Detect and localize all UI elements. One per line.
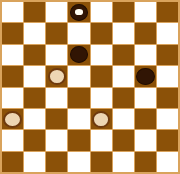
square-r5c1 <box>24 109 45 129</box>
square-r3c0[interactable] <box>2 66 23 86</box>
square-r2c3[interactable] <box>68 45 89 65</box>
square-r6c5[interactable] <box>113 130 134 150</box>
square-r1c3 <box>68 23 89 43</box>
square-r4c7[interactable] <box>157 88 178 108</box>
square-r1c4[interactable] <box>91 23 112 43</box>
square-r5c6[interactable] <box>135 109 156 129</box>
white-man-piece[interactable] <box>92 111 111 128</box>
square-r1c2[interactable] <box>46 23 67 43</box>
square-r2c6 <box>135 45 156 65</box>
square-r0c3[interactable] <box>68 2 89 22</box>
square-r7c6[interactable] <box>135 152 156 172</box>
square-r7c2[interactable] <box>46 152 67 172</box>
checkers-board-frame <box>0 0 180 174</box>
square-r2c4 <box>91 45 112 65</box>
square-r3c4[interactable] <box>91 66 112 86</box>
square-r7c7 <box>157 152 178 172</box>
square-r3c1 <box>24 66 45 86</box>
square-r3c6[interactable] <box>135 66 156 86</box>
square-r4c0 <box>2 88 23 108</box>
checkers-board <box>2 2 178 172</box>
square-r1c6[interactable] <box>135 23 156 43</box>
square-r4c4 <box>91 88 112 108</box>
square-r1c7 <box>157 23 178 43</box>
square-r5c5 <box>113 109 134 129</box>
square-r3c5 <box>113 66 134 86</box>
black-man-piece[interactable] <box>70 46 89 63</box>
square-r2c0 <box>2 45 23 65</box>
square-r4c2 <box>46 88 67 108</box>
square-r7c0[interactable] <box>2 152 23 172</box>
square-r0c2 <box>46 2 67 22</box>
square-r5c2[interactable] <box>46 109 67 129</box>
square-r2c1[interactable] <box>24 45 45 65</box>
square-r7c3 <box>68 152 89 172</box>
square-r4c1[interactable] <box>24 88 45 108</box>
square-r3c7 <box>157 66 178 86</box>
square-r6c4 <box>91 130 112 150</box>
square-r1c0[interactable] <box>2 23 23 43</box>
square-r6c0 <box>2 130 23 150</box>
square-r7c1 <box>24 152 45 172</box>
square-r2c5[interactable] <box>113 45 134 65</box>
square-r5c4[interactable] <box>91 109 112 129</box>
square-r4c3[interactable] <box>68 88 89 108</box>
square-r1c1 <box>24 23 45 43</box>
square-r7c5 <box>113 152 134 172</box>
white-man-piece[interactable] <box>3 111 22 128</box>
square-r6c3[interactable] <box>68 130 89 150</box>
square-r0c1[interactable] <box>24 2 45 22</box>
square-r6c6 <box>135 130 156 150</box>
square-r5c0[interactable] <box>2 109 23 129</box>
square-r4c5[interactable] <box>113 88 134 108</box>
square-r0c5[interactable] <box>113 2 134 22</box>
square-r6c2 <box>46 130 67 150</box>
square-r7c4[interactable] <box>91 152 112 172</box>
square-r6c1[interactable] <box>24 130 45 150</box>
square-r0c4 <box>91 2 112 22</box>
square-r0c0 <box>2 2 23 22</box>
square-r2c7[interactable] <box>157 45 178 65</box>
square-r6c7[interactable] <box>157 130 178 150</box>
white-man-piece[interactable] <box>48 68 67 85</box>
square-r5c7 <box>157 109 178 129</box>
square-r2c2 <box>46 45 67 65</box>
square-r1c5 <box>113 23 134 43</box>
square-r0c6 <box>135 2 156 22</box>
black-man-piece[interactable] <box>136 68 155 85</box>
square-r4c6 <box>135 88 156 108</box>
square-r0c7[interactable] <box>157 2 178 22</box>
square-r5c3 <box>68 109 89 129</box>
square-r3c2[interactable] <box>46 66 67 86</box>
black-king-piece[interactable] <box>70 4 89 21</box>
king-crown-marking <box>75 9 82 15</box>
square-r3c3 <box>68 66 89 86</box>
